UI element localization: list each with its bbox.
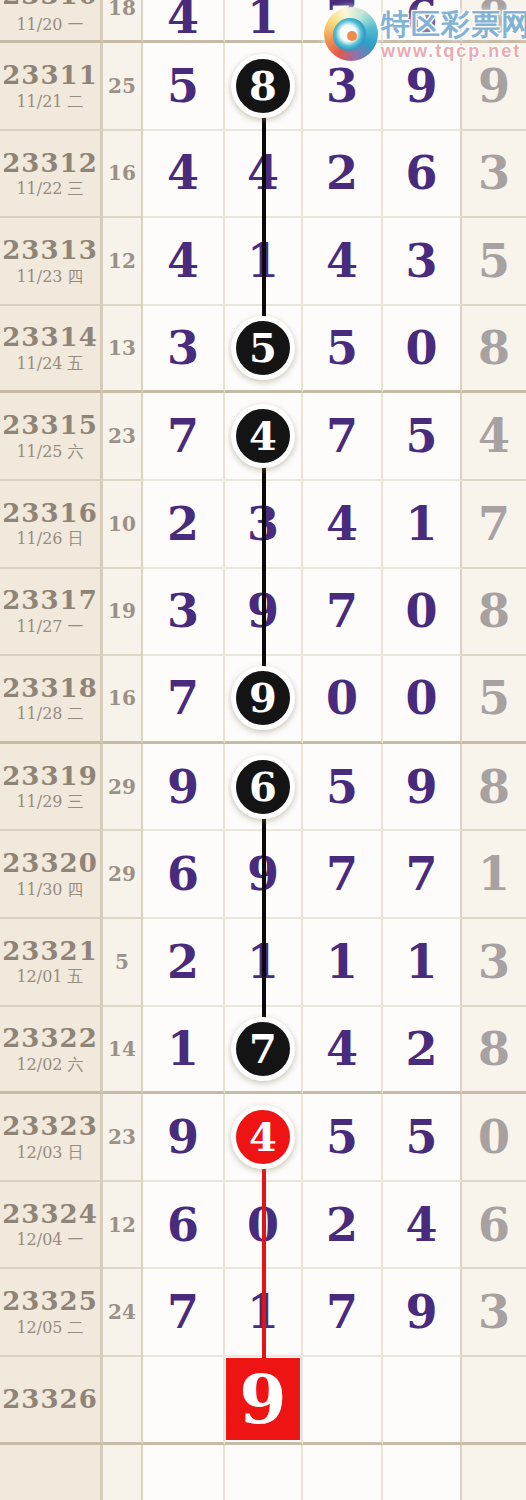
draw-cell: 2332212/02 六 [0,1007,103,1095]
digit-cell-2: 9 [225,1357,303,1445]
sum-value: 24 [108,1300,136,1324]
digit-cell-4: 9 [383,744,462,832]
digit-value: 7 [405,851,437,897]
draw-number: 23322 [2,1024,97,1053]
draw-number: 23323 [2,1112,97,1141]
digit-cell-5: 7 [462,481,526,569]
sum-value: 16 [108,686,136,710]
digit-value: 3 [405,238,437,284]
hit-black-circle: 7 [231,1017,295,1081]
trend-line [262,1138,266,1360]
digit-cell-3: 5 [303,744,383,832]
digit-cell-4: 0 [383,656,462,744]
draw-date: 11/30 四 [16,880,83,899]
digit-cell-5: 3 [462,919,526,1007]
digit-cell-4: 2 [383,1007,462,1095]
digit-value: 7 [326,1289,358,1335]
digit-value: 2 [405,1026,437,1072]
digit-value: 4 [405,1202,437,1248]
hit-black-circle: 6 [231,755,295,819]
draw-cell: 2331711/27 一 [0,569,103,657]
draw-cell [0,1445,103,1500]
trend-line [262,87,266,350]
draw-cell: 23326 [0,1357,103,1445]
digit-cell-2: 4 [225,393,303,481]
digit-cell-5: 5 [462,218,526,306]
draw-number: 23312 [2,149,97,178]
sum-cell: 18 [103,0,143,43]
digit-value: 5 [405,413,437,459]
sum-value: 29 [108,775,136,799]
hit-red-circle: 4 [231,1105,295,1169]
digit-value: 6 [167,851,199,897]
draw-date: 11/26 日 [16,529,83,548]
digit-value: 1 [247,0,279,40]
digit-value: 7 [478,501,510,547]
digit-cell-2: 7 [225,1007,303,1095]
digit-value: 8 [478,325,510,371]
digit-value: 7 [167,413,199,459]
digit-cell-4: 6 [383,131,462,219]
digit-cell-2: 6 [225,744,303,832]
digit-cell-4: 4 [383,1182,462,1270]
digit-value: 9 [405,764,437,810]
digit-cell-5: 1 [462,831,526,919]
digit-cell-5 [462,1445,526,1500]
digit-cell-3: 7 [303,831,383,919]
digit-value: 5 [478,238,510,284]
digit-cell-2: 5 [225,306,303,394]
draw-number: 23326 [2,1385,97,1414]
draw-number: 23320 [2,849,97,878]
digit-cell-3: 7 [303,393,383,481]
digit-value: 2 [167,939,199,985]
digit-value: 1 [405,939,437,985]
hit-black-circle: 9 [231,666,295,730]
sum-value: 12 [108,1213,136,1237]
digit-value: 4 [167,0,199,40]
draw-date: 12/01 五 [16,967,83,986]
digit-value: 2 [326,1202,358,1248]
draw-date: 11/22 三 [16,179,83,198]
digit-cell-2: 9 [225,656,303,744]
sum-cell [103,1357,143,1445]
digit-cell-2: 1 [225,0,303,43]
sum-value: 10 [108,512,136,536]
digit-value: 1 [478,851,510,897]
chart-row: 2331811/28 二1679005 [0,656,526,744]
digit-cell-4: 0 [383,306,462,394]
draw-date: 12/04 一 [16,1230,83,1249]
hit-black-circle: 5 [231,316,295,380]
digit-value: 9 [478,63,510,109]
sum-cell: 12 [103,218,143,306]
hit-black-circle: 4 [231,404,295,468]
digit-cell-5 [462,1357,526,1445]
draw-number: 23325 [2,1287,97,1316]
draw-date: 11/23 四 [16,267,83,286]
digit-cell-1: 7 [143,1269,225,1357]
digit-value: 3 [478,939,510,985]
draw-date: 11/21 二 [16,92,83,111]
sum-cell: 29 [103,831,143,919]
sum-cell: 14 [103,1007,143,1095]
digit-cell-5: 6 [462,1182,526,1270]
digit-cell-1 [143,1445,225,1500]
sum-cell: 12 [103,1182,143,1270]
digit-cell-3: 1 [303,919,383,1007]
digit-value: 3 [167,325,199,371]
digit-cell-5: 3 [462,1269,526,1357]
digit-value: 0 [405,675,437,721]
digit-value: 3 [326,63,358,109]
digit-cell-4: 1 [383,481,462,569]
swirl-logo-icon [324,7,378,61]
digit-cell-2 [225,1445,303,1500]
digit-cell-3: 0 [303,656,383,744]
digit-value: 7 [326,851,358,897]
draw-number: 23319 [2,762,97,791]
sum-cell: 23 [103,393,143,481]
digit-value: 4 [478,413,510,459]
digit-value: 3 [478,1289,510,1335]
sum-cell: 23 [103,1094,143,1182]
draw-number: 23321 [2,937,97,966]
draw-date: 12/02 六 [16,1055,83,1074]
draw-number: 23324 [2,1200,97,1229]
digit-cell-2: 8 [225,43,303,131]
digit-value: 1 [405,501,437,547]
sum-value: 29 [108,862,136,886]
digit-value: 8 [478,1026,510,1072]
digit-value: 4 [167,238,199,284]
chart-row: 2331511/25 六2374754 [0,393,526,481]
digit-value: 4 [326,1026,358,1072]
draw-number: 23311 [2,61,97,90]
draw-number: 23314 [2,323,97,352]
draw-cell: 2331811/28 二 [0,656,103,744]
sum-value: 5 [115,950,129,974]
trend-line [262,788,266,1051]
digit-cell-3: 2 [303,1182,383,1270]
draw-cell: 2332011/30 四 [0,831,103,919]
draw-number: 23318 [2,674,97,703]
digit-value: 0 [405,588,437,634]
digit-cell-2: 4 [225,1094,303,1182]
draw-number: 23316 [2,499,97,528]
digit-value: 1 [167,1026,199,1072]
site-url: www.tqcp.net [381,42,526,60]
draw-number: 23310 [0,0,100,10]
chart-row: 233269 [0,1357,526,1445]
digit-value: 9 [405,1289,437,1335]
digit-value: 7 [167,1289,199,1335]
digit-value: 0 [405,325,437,371]
digit-value: 6 [478,1202,510,1248]
draw-date: 11/28 二 [16,704,83,723]
sum-value: 12 [108,249,136,273]
digit-cell-1: 2 [143,481,225,569]
sum-value: 19 [108,599,136,623]
chart-row: 2331911/29 三2996598 [0,744,526,832]
digit-cell-3 [303,1445,383,1500]
draw-cell: 2331111/21 二 [0,43,103,131]
digit-cell-1: 9 [143,744,225,832]
digit-value: 3 [478,150,510,196]
digit-cell-3: 5 [303,1094,383,1182]
sum-cell [103,1445,143,1500]
digit-cell-4 [383,1445,462,1500]
draw-number: 23315 [2,411,97,440]
digit-cell-1: 1 [143,1007,225,1095]
sum-value: 18 [108,0,136,20]
digit-cell-1: 7 [143,393,225,481]
chart-row [0,1445,526,1500]
digit-cell-3: 7 [303,569,383,657]
draw-date: 11/20 一 [0,15,100,34]
digit-cell-5: 8 [462,1007,526,1095]
draw-number: 23313 [2,236,97,265]
digit-value: 7 [326,588,358,634]
digit-cell-1: 4 [143,131,225,219]
digit-value: 6 [405,150,437,196]
chart-row: 2332312/03 日2394550 [0,1094,526,1182]
chart-row: 2332212/02 六1417428 [0,1007,526,1095]
digit-value: 5 [405,1114,437,1160]
sum-cell: 19 [103,569,143,657]
digit-value: 9 [167,764,199,810]
draw-cell: 2332512/05 二 [0,1269,103,1357]
draw-date: 11/27 一 [16,617,83,636]
draw-number: 23317 [2,586,97,615]
digit-cell-3: 5 [303,306,383,394]
sum-cell: 10 [103,481,143,569]
digit-value: 2 [326,150,358,196]
draw-cell: 2331211/22 三 [0,131,103,219]
sum-cell: 25 [103,43,143,131]
digit-cell-3 [303,1357,383,1445]
digit-cell-4: 9 [383,1269,462,1357]
sum-cell: 16 [103,131,143,219]
draw-date: 12/05 二 [16,1318,83,1337]
digit-value: 7 [326,413,358,459]
digit-cell-1: 6 [143,831,225,919]
digit-cell-5: 0 [462,1094,526,1182]
draw-date: 11/29 三 [16,792,83,811]
sum-cell: 5 [103,919,143,1007]
digit-value: 5 [167,63,199,109]
digit-value: 7 [167,675,199,721]
digit-value: 5 [326,325,358,371]
digit-value: 0 [478,1114,510,1160]
draw-cell: 2331511/25 六 [0,393,103,481]
digit-cell-1: 5 [143,43,225,131]
digit-cell-3: 4 [303,481,383,569]
digit-value: 9 [405,63,437,109]
digit-cell-1: 3 [143,306,225,394]
draw-cell: 2331011/20 一 [0,0,103,43]
digit-cell-3: 7 [303,1269,383,1357]
sum-cell: 13 [103,306,143,394]
logo-text: 特区彩票网 www.tqcp.net [381,7,526,60]
draw-cell: 2331911/29 三 [0,744,103,832]
sum-value: 16 [108,161,136,185]
site-name: 特区彩票网 [381,7,526,42]
digit-cell-1: 2 [143,919,225,1007]
sum-value: 25 [108,74,136,98]
digit-value: 5 [478,675,510,721]
digit-cell-5: 8 [462,306,526,394]
sum-cell: 24 [103,1269,143,1357]
digit-cell-1: 4 [143,218,225,306]
digit-cell-3: 4 [303,218,383,306]
digit-cell-5: 8 [462,744,526,832]
digit-cell-5: 3 [462,131,526,219]
draw-cell: 2332412/04 一 [0,1182,103,1270]
trend-chart-table: 特区彩票网 www.tqcp.net 2331011/20 一184176823… [0,0,526,1500]
digit-value: 5 [326,764,358,810]
digit-value: 5 [326,1114,358,1160]
digit-value: 1 [326,939,358,985]
sum-cell: 16 [103,656,143,744]
digit-value: 9 [167,1114,199,1160]
digit-cell-4: 1 [383,919,462,1007]
draw-cell: 2332112/01 五 [0,919,103,1007]
digit-value: 4 [326,238,358,284]
digit-cell-5: 8 [462,569,526,657]
hit-red-square: 9 [226,1358,300,1440]
digit-cell-3: 2 [303,131,383,219]
draw-cell: 2331311/23 四 [0,218,103,306]
digit-cell-1: 4 [143,0,225,43]
draw-date: 11/24 五 [16,354,83,373]
draw-cell: 2331611/26 日 [0,481,103,569]
digit-cell-5: 5 [462,656,526,744]
draw-cell: 2331411/24 五 [0,306,103,394]
digit-cell-4: 7 [383,831,462,919]
digit-value: 4 [167,150,199,196]
sum-value: 14 [108,1037,136,1061]
site-logo: 特区彩票网 www.tqcp.net [324,7,526,61]
digit-cell-1: 3 [143,569,225,657]
digit-value: 6 [167,1202,199,1248]
digit-value: 0 [326,675,358,721]
draw-date: 11/25 六 [16,442,83,461]
digit-cell-1 [143,1357,225,1445]
digit-cell-1: 7 [143,656,225,744]
digit-cell-5: 4 [462,393,526,481]
hit-black-circle: 8 [231,54,295,118]
digit-cell-1: 6 [143,1182,225,1270]
trend-line [262,437,266,700]
sum-cell: 29 [103,744,143,832]
chart-row: 2331411/24 五1335508 [0,306,526,394]
sum-value: 13 [108,336,136,360]
digit-cell-4: 0 [383,569,462,657]
draw-date: 12/03 日 [16,1143,83,1162]
digit-value: 3 [167,588,199,634]
digit-cell-1: 9 [143,1094,225,1182]
digit-cell-3: 4 [303,1007,383,1095]
sum-value: 23 [108,424,136,448]
digit-cell-4: 5 [383,1094,462,1182]
sum-value: 23 [108,1125,136,1149]
digit-cell-4: 5 [383,393,462,481]
draw-cell: 2332312/03 日 [0,1094,103,1182]
digit-cell-4 [383,1357,462,1445]
digit-value: 8 [478,588,510,634]
digit-value: 2 [167,501,199,547]
digit-cell-4: 3 [383,218,462,306]
digit-value: 8 [478,764,510,810]
digit-value: 4 [326,501,358,547]
